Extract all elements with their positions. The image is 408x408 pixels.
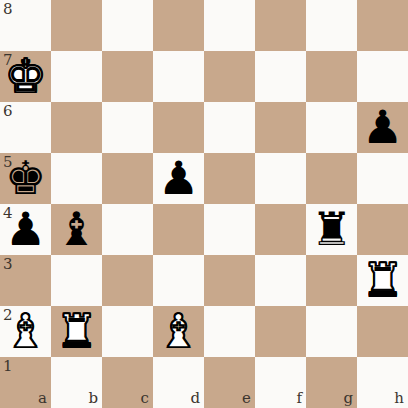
rank-label-5: 5 (3, 155, 13, 170)
square-d7[interactable] (153, 51, 204, 102)
square-f5[interactable] (255, 153, 306, 204)
square-e1[interactable]: e (204, 357, 255, 408)
rank-label-6: 6 (3, 104, 13, 119)
file-label-h: h (394, 391, 404, 406)
rank-label-1: 1 (3, 359, 13, 374)
square-c6[interactable] (102, 102, 153, 153)
square-g4[interactable]: ♜ (306, 204, 357, 255)
square-a1[interactable]: 1a (0, 357, 51, 408)
square-e4[interactable] (204, 204, 255, 255)
black-bishop-b4: ♝ (56, 204, 97, 255)
square-g7[interactable] (306, 51, 357, 102)
square-h3[interactable]: ♜ (357, 255, 408, 306)
square-a3[interactable]: 3 (0, 255, 51, 306)
rank-label-4: 4 (3, 206, 13, 221)
square-d1[interactable]: d (153, 357, 204, 408)
square-a8[interactable]: 8 (0, 0, 51, 51)
square-d4[interactable] (153, 204, 204, 255)
white-rook-h3: ♜ (362, 255, 403, 306)
square-f6[interactable] (255, 102, 306, 153)
square-e7[interactable] (204, 51, 255, 102)
square-e3[interactable] (204, 255, 255, 306)
square-b4[interactable]: ♝ (51, 204, 102, 255)
square-h2[interactable] (357, 306, 408, 357)
square-h1[interactable]: h (357, 357, 408, 408)
square-d6[interactable] (153, 102, 204, 153)
square-c8[interactable] (102, 0, 153, 51)
square-e8[interactable] (204, 0, 255, 51)
file-label-b: b (88, 391, 98, 406)
file-label-c: c (141, 391, 149, 406)
square-b7[interactable] (51, 51, 102, 102)
black-pawn-a4: ♟ (5, 204, 46, 255)
square-f4[interactable] (255, 204, 306, 255)
square-g8[interactable] (306, 0, 357, 51)
square-g6[interactable] (306, 102, 357, 153)
square-a7[interactable]: 7♚ (0, 51, 51, 102)
square-c7[interactable] (102, 51, 153, 102)
square-d8[interactable] (153, 0, 204, 51)
rank-label-7: 7 (3, 53, 13, 68)
square-c5[interactable] (102, 153, 153, 204)
square-b5[interactable] (51, 153, 102, 204)
square-b6[interactable] (51, 102, 102, 153)
square-f1[interactable]: f (255, 357, 306, 408)
square-h8[interactable] (357, 0, 408, 51)
square-b3[interactable] (51, 255, 102, 306)
square-g5[interactable] (306, 153, 357, 204)
square-h4[interactable] (357, 204, 408, 255)
square-a6[interactable]: 6 (0, 102, 51, 153)
square-a5[interactable]: 5♚ (0, 153, 51, 204)
chess-board: 87♚6♟5♚♟4♟♝♜3♜2♝♜♝1abcdefgh (0, 0, 408, 408)
square-h7[interactable] (357, 51, 408, 102)
square-g3[interactable] (306, 255, 357, 306)
white-rook-b2: ♜ (56, 306, 97, 357)
file-label-g: g (343, 391, 353, 406)
square-b2[interactable]: ♜ (51, 306, 102, 357)
square-h6[interactable]: ♟ (357, 102, 408, 153)
black-pawn-h6: ♟ (362, 102, 403, 153)
square-c1[interactable]: c (102, 357, 153, 408)
square-d5[interactable]: ♟ (153, 153, 204, 204)
square-a4[interactable]: 4♟ (0, 204, 51, 255)
square-d3[interactable] (153, 255, 204, 306)
square-b1[interactable]: b (51, 357, 102, 408)
black-pawn-d5: ♟ (158, 153, 199, 204)
square-g1[interactable]: g (306, 357, 357, 408)
file-label-f: f (296, 391, 302, 406)
square-f7[interactable] (255, 51, 306, 102)
square-e6[interactable] (204, 102, 255, 153)
square-c2[interactable] (102, 306, 153, 357)
square-e5[interactable] (204, 153, 255, 204)
square-f2[interactable] (255, 306, 306, 357)
black-rook-g4: ♜ (311, 204, 352, 255)
square-f3[interactable] (255, 255, 306, 306)
black-king-a5: ♚ (5, 153, 46, 204)
file-label-e: e (242, 391, 251, 406)
square-f8[interactable] (255, 0, 306, 51)
square-a2[interactable]: 2♝ (0, 306, 51, 357)
square-d2[interactable]: ♝ (153, 306, 204, 357)
square-c4[interactable] (102, 204, 153, 255)
rank-label-8: 8 (3, 2, 13, 17)
rank-label-3: 3 (3, 257, 13, 272)
file-label-d: d (190, 391, 200, 406)
square-b8[interactable] (51, 0, 102, 51)
white-bishop-d2: ♝ (158, 306, 199, 357)
square-e2[interactable] (204, 306, 255, 357)
square-c3[interactable] (102, 255, 153, 306)
rank-label-2: 2 (3, 308, 13, 323)
white-king-a7: ♚ (5, 51, 46, 102)
square-h5[interactable] (357, 153, 408, 204)
square-g2[interactable] (306, 306, 357, 357)
white-bishop-a2: ♝ (5, 306, 46, 357)
file-label-a: a (38, 391, 47, 406)
